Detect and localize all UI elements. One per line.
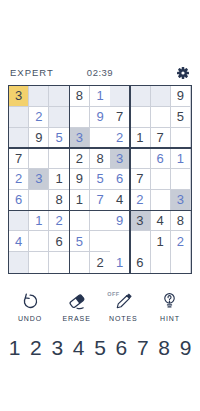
lightbulb-icon (159, 291, 180, 312)
cell-r1c5[interactable]: 1 (90, 86, 110, 107)
erase-button[interactable]: ERASE (60, 291, 94, 322)
notes-button[interactable]: OFF NOTES (106, 291, 140, 322)
cell-r5c2[interactable]: 3 (29, 169, 49, 190)
cell-r2c2[interactable]: 2 (29, 107, 49, 128)
cell-r4c6[interactable]: 3 (110, 148, 130, 169)
hint-button[interactable]: HINT (153, 291, 187, 322)
cell-r3c8[interactable]: 7 (151, 128, 171, 149)
gear-icon (175, 65, 191, 81)
cell-r9c3[interactable] (49, 252, 69, 273)
cell-r6c3[interactable]: 8 (49, 190, 69, 211)
cell-r3c2[interactable]: 9 (29, 128, 49, 149)
cell-r4c8[interactable]: 6 (151, 148, 171, 169)
cell-r1c4[interactable]: 8 (70, 86, 90, 107)
cell-r3c9[interactable] (171, 128, 191, 149)
cell-r3c1[interactable] (9, 128, 29, 149)
undo-icon (20, 291, 41, 312)
numpad-2[interactable]: 2 (28, 336, 43, 360)
cell-r2c7[interactable] (130, 107, 150, 128)
cell-r1c9[interactable]: 9 (171, 86, 191, 107)
notes-off-badge: OFF (107, 291, 119, 297)
cell-r2c1[interactable] (9, 107, 29, 128)
numpad-9[interactable]: 9 (178, 336, 193, 360)
cell-r8c1[interactable]: 4 (9, 231, 29, 252)
numpad-6[interactable]: 6 (114, 336, 129, 360)
numpad-1[interactable]: 1 (7, 336, 22, 360)
cell-r2c4[interactable] (70, 107, 90, 128)
cell-r6c2[interactable] (29, 190, 49, 211)
cell-r5c7[interactable]: 7 (130, 169, 150, 190)
cell-r7c5[interactable] (90, 211, 110, 232)
cell-r7c1[interactable] (9, 211, 29, 232)
cell-r2c9[interactable]: 5 (171, 107, 191, 128)
numpad-5[interactable]: 5 (93, 336, 108, 360)
erase-label: ERASE (63, 315, 91, 322)
cell-r8c4[interactable]: 5 (70, 231, 90, 252)
numpad-3[interactable]: 3 (50, 336, 65, 360)
cell-r8c5[interactable] (90, 231, 110, 252)
cell-r3c6[interactable]: 2 (110, 128, 130, 149)
cell-r8c2[interactable] (29, 231, 49, 252)
cell-r7c2[interactable]: 1 (29, 211, 49, 232)
cell-r8c9[interactable]: 2 (171, 231, 191, 252)
cell-r5c8[interactable] (151, 169, 171, 190)
cell-r6c4[interactable]: 1 (70, 190, 90, 211)
cell-r5c1[interactable]: 2 (9, 169, 29, 190)
cell-r6c9[interactable]: 3 (171, 190, 191, 211)
cell-r6c5[interactable]: 7 (90, 190, 110, 211)
cell-r9c4[interactable] (70, 252, 90, 273)
numpad-7[interactable]: 7 (135, 336, 150, 360)
cell-r4c7[interactable] (130, 148, 150, 169)
cell-r5c3[interactable]: 1 (49, 169, 69, 190)
board: 3819297595321772836123195676817423129348… (8, 85, 192, 274)
cell-r9c5[interactable]: 2 (90, 252, 110, 273)
cell-r8c3[interactable]: 6 (49, 231, 69, 252)
eraser-icon (66, 291, 87, 312)
numpad-4[interactable]: 4 (71, 336, 86, 360)
cell-r4c4[interactable]: 2 (70, 148, 90, 169)
timer: 02:39 (87, 67, 113, 78)
cell-r8c6[interactable] (110, 231, 130, 252)
cell-r1c6[interactable] (110, 86, 130, 107)
cell-r9c2[interactable] (29, 252, 49, 273)
cell-r4c3[interactable] (49, 148, 69, 169)
cell-r9c6[interactable]: 1 (110, 252, 130, 273)
settings-button[interactable] (175, 65, 191, 81)
cell-r3c3[interactable]: 5 (49, 128, 69, 149)
cell-r6c7[interactable]: 2 (130, 190, 150, 211)
cell-r9c8[interactable] (151, 252, 171, 273)
cell-r5c4[interactable]: 9 (70, 169, 90, 190)
cell-r7c7[interactable]: 3 (130, 211, 150, 232)
cell-r6c1[interactable]: 6 (9, 190, 29, 211)
cell-r1c1[interactable]: 3 (9, 86, 29, 107)
cell-r9c1[interactable] (9, 252, 29, 273)
cell-r7c6[interactable]: 9 (110, 211, 130, 232)
difficulty-label: EXPERT (10, 67, 54, 78)
toolbar: UNDO ERASE OFF NOTES HINT (0, 291, 200, 322)
cell-r1c2[interactable] (29, 86, 49, 107)
hint-label: HINT (160, 315, 180, 322)
cell-r2c8[interactable] (151, 107, 171, 128)
cell-r9c7[interactable]: 6 (130, 252, 150, 273)
cell-r2c3[interactable] (49, 107, 69, 128)
cell-r9c9[interactable] (171, 252, 191, 273)
cell-r4c9[interactable]: 1 (171, 148, 191, 169)
numpad-8[interactable]: 8 (157, 336, 172, 360)
cell-r6c6[interactable]: 4 (110, 190, 130, 211)
cell-r1c3[interactable] (49, 86, 69, 107)
cell-r1c8[interactable] (151, 86, 171, 107)
cell-r3c5[interactable] (90, 128, 110, 149)
cell-r3c7[interactable]: 1 (130, 128, 150, 149)
cell-r1c7[interactable] (130, 86, 150, 107)
cell-r4c2[interactable] (29, 148, 49, 169)
undo-button[interactable]: UNDO (13, 291, 47, 322)
cell-r7c4[interactable] (70, 211, 90, 232)
notes-label: NOTES (109, 315, 138, 322)
cell-r7c9[interactable]: 8 (171, 211, 191, 232)
undo-label: UNDO (18, 315, 42, 322)
cell-r4c1[interactable]: 7 (9, 148, 29, 169)
cell-r2c5[interactable]: 9 (90, 107, 110, 128)
cell-r8c7[interactable] (130, 231, 150, 252)
cell-r5c5[interactable]: 5 (90, 169, 110, 190)
cell-r2c6[interactable]: 7 (110, 107, 130, 128)
cell-r6c8[interactable] (151, 190, 171, 211)
cell-r8c8[interactable]: 1 (151, 231, 171, 252)
cell-r7c3[interactable]: 2 (49, 211, 69, 232)
numpad: 123456789 (0, 336, 200, 360)
cell-r3c4[interactable]: 3 (70, 128, 90, 149)
header: EXPERT 02:39 (0, 64, 200, 81)
cell-r7c8[interactable]: 4 (151, 211, 171, 232)
cell-r5c6[interactable]: 6 (110, 169, 130, 190)
cell-r4c5[interactable]: 8 (90, 148, 110, 169)
cell-r5c9[interactable] (171, 169, 191, 190)
